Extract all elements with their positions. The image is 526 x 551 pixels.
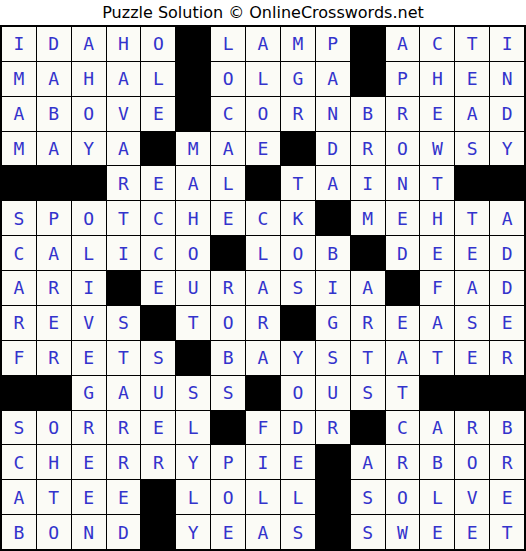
- black-cell: [211, 411, 245, 445]
- letter-cell: I: [72, 271, 106, 305]
- letter-cell: A: [246, 515, 280, 549]
- letter-cell: N: [72, 515, 106, 549]
- letter-cell: O: [211, 480, 245, 514]
- letter-cell: P: [386, 62, 420, 96]
- letter-cell: L: [141, 62, 175, 96]
- letter-cell: Y: [176, 515, 210, 549]
- letter-cell: P: [316, 27, 350, 61]
- letter-cell: U: [176, 271, 210, 305]
- letter-cell: R: [281, 97, 315, 131]
- letter-cell: T: [420, 341, 454, 375]
- letter-cell: S: [455, 306, 489, 340]
- letter-cell: A: [107, 376, 141, 410]
- letter-cell: I: [351, 166, 385, 200]
- black-cell: [316, 201, 350, 235]
- puzzle-solution-page: Puzzle Solution © OnlineCrosswords.net I…: [0, 0, 526, 551]
- letter-cell: A: [2, 480, 36, 514]
- letter-cell: S: [455, 132, 489, 166]
- letter-cell: A: [2, 271, 36, 305]
- letter-cell: S: [351, 480, 385, 514]
- letter-cell: D: [490, 236, 524, 270]
- letter-cell: A: [37, 236, 71, 270]
- letter-cell: H: [107, 27, 141, 61]
- letter-cell: I: [490, 27, 524, 61]
- letter-cell: D: [37, 27, 71, 61]
- letter-cell: T: [420, 166, 454, 200]
- letter-cell: D: [386, 236, 420, 270]
- letter-cell: L: [176, 480, 210, 514]
- letter-cell: L: [72, 236, 106, 270]
- letter-cell: A: [107, 62, 141, 96]
- letter-cell: E: [386, 201, 420, 235]
- letter-cell: L: [420, 480, 454, 514]
- letter-cell: R: [37, 341, 71, 375]
- letter-cell: B: [37, 97, 71, 131]
- letter-cell: I: [107, 236, 141, 270]
- letter-cell: Y: [281, 341, 315, 375]
- letter-cell: A: [351, 271, 385, 305]
- letter-cell: I: [2, 27, 36, 61]
- letter-cell: E: [107, 480, 141, 514]
- black-cell: [455, 376, 489, 410]
- letter-cell: U: [316, 376, 350, 410]
- letter-cell: R: [2, 306, 36, 340]
- letter-cell: L: [176, 411, 210, 445]
- letter-cell: M: [281, 27, 315, 61]
- letter-cell: A: [455, 97, 489, 131]
- letter-cell: A: [246, 27, 280, 61]
- letter-cell: V: [455, 480, 489, 514]
- black-cell: [246, 376, 280, 410]
- letter-cell: A: [455, 271, 489, 305]
- letter-cell: E: [420, 236, 454, 270]
- letter-cell: O: [72, 201, 106, 235]
- crossword-grid: IDAHOLAMPACTIMAHALOLGAPHENABOVECORNBREAD…: [0, 25, 526, 551]
- letter-cell: T: [107, 341, 141, 375]
- black-cell: [37, 376, 71, 410]
- letter-cell: E: [141, 97, 175, 131]
- black-cell: [176, 62, 210, 96]
- letter-cell: O: [281, 236, 315, 270]
- letter-cell: G: [72, 376, 106, 410]
- black-cell: [316, 480, 350, 514]
- letter-cell: R: [37, 271, 71, 305]
- black-cell: [141, 480, 175, 514]
- letter-cell: T: [176, 306, 210, 340]
- letter-cell: P: [211, 445, 245, 479]
- letter-cell: S: [211, 376, 245, 410]
- letter-cell: C: [141, 236, 175, 270]
- letter-cell: O: [386, 132, 420, 166]
- letter-cell: V: [107, 97, 141, 131]
- letter-cell: H: [37, 445, 71, 479]
- black-cell: [2, 376, 36, 410]
- letter-cell: L: [246, 236, 280, 270]
- black-cell: [316, 445, 350, 479]
- title-bar: Puzzle Solution © OnlineCrosswords.net: [0, 0, 526, 25]
- letter-cell: E: [211, 515, 245, 549]
- letter-cell: R: [386, 445, 420, 479]
- black-cell: [72, 166, 106, 200]
- letter-cell: K: [281, 201, 315, 235]
- letter-cell: U: [141, 376, 175, 410]
- letter-cell: T: [490, 515, 524, 549]
- letter-cell: S: [281, 271, 315, 305]
- letter-cell: R: [386, 97, 420, 131]
- letter-cell: B: [2, 515, 36, 549]
- letter-cell: O: [455, 445, 489, 479]
- letter-cell: S: [316, 341, 350, 375]
- letter-cell: L: [246, 480, 280, 514]
- letter-cell: H: [420, 62, 454, 96]
- black-cell: [176, 341, 210, 375]
- letter-cell: P: [37, 201, 71, 235]
- letter-cell: A: [107, 132, 141, 166]
- letter-cell: A: [2, 97, 36, 131]
- letter-cell: O: [72, 97, 106, 131]
- letter-cell: O: [386, 480, 420, 514]
- letter-cell: E: [490, 306, 524, 340]
- letter-cell: S: [351, 376, 385, 410]
- letter-cell: B: [490, 411, 524, 445]
- black-cell: [176, 97, 210, 131]
- letter-cell: T: [351, 341, 385, 375]
- letter-cell: R: [490, 341, 524, 375]
- black-cell: [141, 515, 175, 549]
- letter-cell: E: [420, 515, 454, 549]
- black-cell: [420, 376, 454, 410]
- letter-cell: E: [141, 411, 175, 445]
- letter-cell: R: [316, 411, 350, 445]
- letter-cell: S: [2, 201, 36, 235]
- letter-cell: S: [2, 411, 36, 445]
- letter-cell: N: [316, 97, 350, 131]
- letter-cell: L: [246, 62, 280, 96]
- black-cell: [246, 166, 280, 200]
- letter-cell: Y: [490, 132, 524, 166]
- letter-cell: A: [37, 62, 71, 96]
- letter-cell: E: [455, 236, 489, 270]
- letter-cell: M: [2, 62, 36, 96]
- letter-cell: F: [420, 271, 454, 305]
- letter-cell: H: [420, 201, 454, 235]
- letter-cell: T: [37, 480, 71, 514]
- letter-cell: S: [281, 515, 315, 549]
- letter-cell: V: [72, 306, 106, 340]
- letter-cell: O: [176, 236, 210, 270]
- letter-cell: A: [420, 306, 454, 340]
- letter-cell: C: [2, 236, 36, 270]
- black-cell: [211, 236, 245, 270]
- letter-cell: G: [316, 306, 350, 340]
- letter-cell: S: [176, 376, 210, 410]
- black-cell: [141, 306, 175, 340]
- letter-cell: E: [455, 62, 489, 96]
- letter-cell: R: [490, 445, 524, 479]
- letter-cell: A: [176, 166, 210, 200]
- letter-cell: W: [420, 132, 454, 166]
- letter-cell: N: [490, 62, 524, 96]
- letter-cell: L: [211, 166, 245, 200]
- letter-cell: O: [211, 62, 245, 96]
- letter-cell: D: [490, 97, 524, 131]
- letter-cell: B: [351, 97, 385, 131]
- letter-cell: H: [72, 62, 106, 96]
- letter-cell: B: [316, 236, 350, 270]
- letter-cell: O: [281, 376, 315, 410]
- letter-cell: S: [107, 306, 141, 340]
- letter-cell: H: [176, 201, 210, 235]
- black-cell: [490, 166, 524, 200]
- black-cell: [316, 515, 350, 549]
- letter-cell: T: [107, 201, 141, 235]
- letter-cell: C: [211, 97, 245, 131]
- letter-cell: O: [37, 411, 71, 445]
- letter-cell: E: [455, 515, 489, 549]
- black-cell: [455, 166, 489, 200]
- letter-cell: A: [386, 27, 420, 61]
- letter-cell: A: [211, 132, 245, 166]
- letter-cell: A: [316, 166, 350, 200]
- letter-cell: D: [107, 515, 141, 549]
- black-cell: [176, 27, 210, 61]
- letter-cell: C: [420, 27, 454, 61]
- black-cell: [141, 132, 175, 166]
- letter-cell: E: [246, 132, 280, 166]
- letter-cell: R: [107, 166, 141, 200]
- black-cell: [281, 306, 315, 340]
- letter-cell: R: [141, 445, 175, 479]
- letter-cell: E: [72, 341, 106, 375]
- letter-cell: T: [455, 201, 489, 235]
- letter-cell: C: [2, 445, 36, 479]
- letter-cell: S: [351, 515, 385, 549]
- letter-cell: E: [141, 166, 175, 200]
- letter-cell: E: [455, 341, 489, 375]
- letter-cell: E: [386, 306, 420, 340]
- letter-cell: E: [141, 271, 175, 305]
- letter-cell: D: [316, 132, 350, 166]
- letter-cell: Y: [176, 445, 210, 479]
- letter-cell: D: [281, 411, 315, 445]
- letter-cell: R: [72, 411, 106, 445]
- letter-cell: A: [246, 341, 280, 375]
- black-cell: [351, 62, 385, 96]
- letter-cell: M: [351, 201, 385, 235]
- letter-cell: C: [386, 411, 420, 445]
- letter-cell: E: [281, 445, 315, 479]
- letter-cell: E: [211, 201, 245, 235]
- black-cell: [281, 132, 315, 166]
- letter-cell: R: [107, 411, 141, 445]
- letter-cell: L: [211, 27, 245, 61]
- letter-cell: R: [351, 132, 385, 166]
- letter-cell: A: [420, 411, 454, 445]
- letter-cell: E: [420, 97, 454, 131]
- letter-cell: R: [211, 271, 245, 305]
- letter-cell: M: [2, 132, 36, 166]
- letter-cell: L: [281, 480, 315, 514]
- letter-cell: F: [246, 411, 280, 445]
- black-cell: [2, 166, 36, 200]
- letter-cell: B: [211, 341, 245, 375]
- letter-cell: S: [141, 341, 175, 375]
- black-cell: [351, 236, 385, 270]
- letter-cell: N: [386, 166, 420, 200]
- letter-cell: O: [37, 515, 71, 549]
- letter-cell: E: [72, 445, 106, 479]
- letter-cell: F: [2, 341, 36, 375]
- letter-cell: Y: [72, 132, 106, 166]
- letter-cell: E: [490, 480, 524, 514]
- letter-cell: G: [281, 62, 315, 96]
- letter-cell: R: [246, 306, 280, 340]
- letter-cell: E: [37, 306, 71, 340]
- letter-cell: R: [351, 306, 385, 340]
- letter-cell: R: [107, 445, 141, 479]
- letter-cell: O: [141, 27, 175, 61]
- letter-cell: A: [72, 27, 106, 61]
- letter-cell: C: [141, 201, 175, 235]
- letter-cell: C: [246, 201, 280, 235]
- letter-cell: M: [176, 132, 210, 166]
- black-cell: [386, 271, 420, 305]
- black-cell: [490, 376, 524, 410]
- letter-cell: E: [72, 480, 106, 514]
- page-title: Puzzle Solution © OnlineCrosswords.net: [102, 0, 424, 25]
- black-cell: [351, 411, 385, 445]
- letter-cell: A: [351, 445, 385, 479]
- black-cell: [351, 27, 385, 61]
- letter-cell: T: [281, 166, 315, 200]
- letter-cell: O: [211, 306, 245, 340]
- letter-cell: O: [246, 97, 280, 131]
- letter-cell: I: [316, 271, 350, 305]
- letter-cell: T: [455, 27, 489, 61]
- letter-cell: B: [420, 445, 454, 479]
- letter-cell: A: [246, 271, 280, 305]
- black-cell: [37, 166, 71, 200]
- letter-cell: W: [386, 515, 420, 549]
- letter-cell: A: [316, 62, 350, 96]
- letter-cell: A: [386, 341, 420, 375]
- letter-cell: T: [386, 376, 420, 410]
- letter-cell: A: [37, 132, 71, 166]
- letter-cell: A: [490, 201, 524, 235]
- letter-cell: I: [246, 445, 280, 479]
- black-cell: [107, 271, 141, 305]
- letter-cell: R: [455, 411, 489, 445]
- letter-cell: D: [490, 271, 524, 305]
